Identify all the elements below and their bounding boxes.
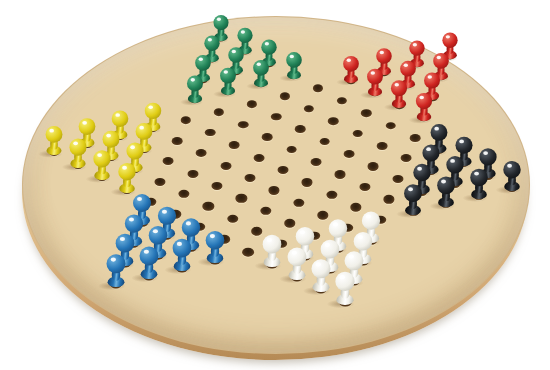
photo-scene	[0, 0, 550, 370]
peg-ball	[343, 56, 359, 72]
peg-ball	[187, 75, 203, 91]
peg-ball	[400, 60, 416, 76]
peg-ball	[133, 194, 151, 212]
peg-ball	[479, 149, 496, 166]
peg-ball	[262, 40, 277, 55]
peg-ball	[433, 53, 449, 69]
specular-highlight	[428, 75, 432, 79]
peg-ball	[442, 33, 457, 48]
peg-ball	[470, 169, 488, 187]
peg-ball	[118, 162, 135, 179]
peg-ball	[455, 137, 472, 154]
peg-ball	[416, 92, 432, 108]
peg-ball	[367, 68, 383, 84]
white-peg[interactable]	[286, 247, 307, 280]
specular-highlight	[459, 139, 464, 143]
specular-highlight	[340, 275, 345, 279]
peg-ball	[336, 271, 355, 290]
board-hole[interactable]	[242, 247, 254, 256]
specular-highlight	[120, 237, 125, 241]
black-peg[interactable]	[436, 176, 456, 206]
board-hole[interactable]	[286, 146, 297, 154]
board-hole[interactable]	[328, 117, 338, 125]
specular-highlight	[148, 106, 153, 110]
specular-highlight	[333, 223, 338, 227]
specular-highlight	[437, 55, 441, 58]
peg-ball	[116, 234, 135, 253]
blue-peg[interactable]	[106, 254, 127, 287]
specular-highlight	[122, 165, 127, 169]
board-hole[interactable]	[220, 162, 231, 170]
board-hole[interactable]	[319, 138, 330, 146]
specular-highlight	[98, 153, 103, 157]
red-peg[interactable]	[366, 68, 384, 95]
specular-highlight	[216, 18, 220, 21]
specular-highlight	[417, 167, 422, 171]
peg-ball	[182, 219, 200, 237]
specular-highlight	[292, 250, 297, 254]
specular-highlight	[177, 242, 182, 246]
red-peg[interactable]	[390, 80, 408, 108]
specular-highlight	[128, 217, 133, 221]
specular-highlight	[507, 164, 512, 168]
specular-highlight	[349, 255, 354, 259]
peg-ball	[353, 232, 372, 251]
board-hole[interactable]	[229, 141, 240, 149]
peg-ball	[446, 156, 463, 173]
specular-highlight	[419, 95, 424, 99]
specular-highlight	[358, 235, 363, 239]
specular-highlight	[446, 35, 450, 38]
specular-highlight	[441, 179, 446, 183]
peg-ball	[204, 35, 219, 50]
specular-highlight	[404, 63, 408, 67]
peg-ball	[145, 103, 161, 119]
board-hole[interactable]	[253, 154, 264, 162]
red-peg[interactable]	[415, 92, 433, 120]
specular-highlight	[199, 58, 203, 61]
peg-ball	[173, 239, 192, 258]
peg-ball	[195, 55, 211, 71]
specular-highlight	[395, 83, 399, 87]
specular-highlight	[379, 51, 383, 54]
specular-highlight	[186, 222, 191, 226]
specular-highlight	[256, 62, 260, 66]
yellow-peg[interactable]	[44, 126, 63, 155]
specular-highlight	[153, 230, 158, 234]
yellow-peg[interactable]	[69, 138, 88, 167]
green-peg[interactable]	[252, 60, 270, 87]
board-hole[interactable]	[311, 158, 322, 166]
peg-ball	[422, 144, 439, 161]
specular-highlight	[139, 125, 144, 129]
peg-ball	[127, 143, 144, 160]
specular-highlight	[241, 30, 245, 33]
specular-highlight	[408, 187, 413, 191]
black-peg[interactable]	[502, 161, 521, 191]
white-peg[interactable]	[335, 271, 356, 304]
blue-peg[interactable]	[139, 246, 160, 278]
green-peg[interactable]	[186, 75, 204, 103]
board-hole[interactable]	[410, 134, 421, 142]
yellow-peg[interactable]	[93, 150, 112, 180]
board-hole[interactable]	[262, 133, 273, 141]
board-hole[interactable]	[278, 166, 289, 174]
board-hole[interactable]	[172, 137, 183, 145]
board-hole[interactable]	[214, 108, 224, 116]
specular-highlight	[106, 133, 111, 137]
specular-highlight	[190, 78, 194, 82]
peg-ball	[103, 130, 120, 147]
specular-highlight	[208, 38, 212, 41]
green-peg[interactable]	[285, 52, 302, 79]
board-hole[interactable]	[280, 92, 290, 100]
black-peg[interactable]	[403, 184, 423, 215]
specular-highlight	[137, 197, 142, 201]
specular-highlight	[435, 127, 440, 131]
specular-highlight	[316, 262, 321, 266]
peg-ball	[413, 164, 430, 181]
peg-ball	[237, 28, 252, 43]
board-hole[interactable]	[181, 116, 191, 124]
peg-ball	[220, 67, 236, 83]
peg-ball	[437, 176, 455, 194]
white-peg[interactable]	[310, 259, 331, 292]
peg-ball	[228, 47, 244, 63]
peg-ball	[157, 207, 175, 225]
specular-highlight	[413, 43, 417, 46]
specular-highlight	[371, 71, 375, 75]
specular-highlight	[49, 129, 54, 133]
peg-ball	[503, 161, 520, 178]
blue-peg[interactable]	[172, 239, 193, 271]
black-peg[interactable]	[469, 169, 489, 199]
peg-ball	[391, 80, 407, 96]
board-hole[interactable]	[377, 142, 388, 150]
board-hole[interactable]	[352, 130, 363, 138]
board-hole[interactable]	[337, 97, 347, 105]
peg-ball	[424, 73, 440, 89]
peg-ball	[149, 226, 168, 245]
peg-ball	[409, 41, 424, 56]
board-hole[interactable]	[196, 149, 207, 157]
board-hole[interactable]	[304, 105, 314, 113]
white-peg[interactable]	[262, 235, 283, 267]
peg-ball	[136, 123, 153, 140]
specular-highlight	[426, 147, 431, 151]
board-hole[interactable]	[361, 109, 371, 117]
specular-highlight	[210, 234, 215, 238]
specular-highlight	[265, 42, 269, 45]
specular-highlight	[73, 141, 78, 145]
specular-highlight	[144, 249, 149, 253]
peg-ball	[287, 247, 306, 266]
specular-highlight	[366, 215, 371, 219]
peg-ball	[124, 214, 142, 232]
peg-ball	[112, 111, 129, 128]
board-hole[interactable]	[271, 113, 281, 121]
peg-ball	[312, 259, 331, 278]
specular-highlight	[346, 59, 350, 62]
peg-ball	[78, 118, 95, 135]
specular-highlight	[131, 145, 136, 149]
specular-highlight	[115, 113, 120, 117]
specular-highlight	[474, 171, 479, 175]
specular-highlight	[300, 230, 305, 234]
peg-ball	[320, 239, 339, 258]
peg-ball	[70, 138, 87, 155]
peg-ball	[376, 48, 392, 64]
peg-ball	[94, 150, 111, 167]
board-hole[interactable]	[163, 157, 174, 165]
board-hole[interactable]	[344, 150, 355, 158]
board-hole[interactable]	[368, 162, 379, 170]
peg-ball	[206, 231, 225, 250]
peg-ball	[296, 227, 315, 246]
specular-highlight	[82, 121, 87, 125]
peg-ball	[107, 254, 126, 273]
board-hole[interactable]	[205, 129, 216, 137]
specular-highlight	[325, 243, 330, 247]
peg-ball	[45, 126, 62, 143]
board-hole[interactable]	[401, 154, 412, 162]
peg-ball	[140, 246, 159, 265]
peg-ball	[286, 52, 302, 68]
board-hole[interactable]	[295, 125, 306, 133]
specular-highlight	[483, 152, 488, 156]
peg-ball	[329, 220, 347, 238]
peg-ball	[404, 184, 422, 202]
specular-highlight	[450, 159, 455, 163]
specular-highlight	[223, 70, 227, 74]
peg-ball	[345, 252, 364, 271]
peg-ball	[213, 15, 228, 30]
peg-ball	[253, 60, 269, 76]
specular-highlight	[289, 54, 293, 57]
green-peg[interactable]	[219, 67, 237, 94]
board-hole[interactable]	[238, 121, 248, 129]
blue-peg[interactable]	[205, 231, 226, 263]
board-hole[interactable]	[385, 122, 395, 130]
specular-highlight	[267, 238, 272, 242]
peg-ball	[263, 235, 282, 254]
peg-ball	[362, 212, 380, 230]
board-hole[interactable]	[247, 100, 257, 108]
specular-highlight	[232, 50, 236, 53]
red-peg[interactable]	[342, 56, 359, 83]
yellow-peg[interactable]	[117, 162, 136, 192]
specular-highlight	[111, 257, 116, 261]
peg-ball	[431, 124, 448, 141]
specular-highlight	[162, 210, 167, 214]
